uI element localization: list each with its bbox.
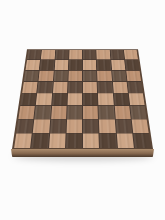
board-square — [39, 70, 54, 81]
board-square — [40, 60, 54, 70]
board-square — [83, 93, 98, 105]
board-square — [129, 93, 145, 105]
board-square — [35, 106, 51, 119]
board-square — [83, 106, 98, 119]
board-square — [55, 50, 69, 60]
board-square — [66, 119, 82, 133]
board-square — [131, 119, 148, 133]
board-square — [24, 70, 39, 81]
board-square — [127, 82, 143, 93]
board-square — [99, 119, 115, 133]
board-square — [83, 70, 97, 81]
board-square — [112, 82, 127, 93]
board-square — [68, 70, 82, 81]
board-square — [83, 133, 99, 148]
board-square — [27, 50, 41, 60]
board-square — [50, 119, 66, 133]
product-photo-scene — [0, 0, 165, 220]
board-square — [67, 106, 82, 119]
board-square — [98, 82, 113, 93]
board-square — [36, 93, 52, 105]
board-square — [37, 82, 52, 93]
board-square — [41, 50, 55, 60]
board-square — [67, 93, 82, 105]
board-square — [66, 133, 82, 148]
board-square — [26, 60, 41, 70]
board-square — [111, 60, 125, 70]
board-square — [114, 106, 130, 119]
board-square — [112, 70, 127, 81]
board-square — [31, 133, 48, 148]
board-square — [49, 133, 66, 148]
board-square — [110, 50, 124, 60]
board-square — [98, 93, 113, 105]
board-square — [18, 106, 35, 119]
board-square — [51, 106, 67, 119]
board-square — [115, 119, 132, 133]
board-square — [125, 60, 140, 70]
board-square — [69, 50, 82, 60]
board-square — [99, 106, 115, 119]
board-square — [83, 50, 96, 60]
board-square — [97, 60, 111, 70]
board-square — [97, 50, 111, 60]
board-square — [20, 93, 36, 105]
board-square — [83, 119, 99, 133]
board-square — [97, 70, 111, 81]
board-square — [83, 60, 97, 70]
board-square — [83, 82, 97, 93]
board-square — [16, 119, 33, 133]
board-square — [133, 133, 151, 148]
board-square — [52, 93, 67, 105]
chessboard — [12, 49, 153, 149]
board-square — [22, 82, 38, 93]
board-square — [33, 119, 50, 133]
board-square — [53, 70, 67, 81]
board-square — [130, 106, 147, 119]
board-face — [12, 49, 153, 149]
board-square — [100, 133, 117, 148]
board-square — [54, 60, 68, 70]
board-square — [68, 82, 82, 93]
board-square — [14, 133, 32, 148]
board-square — [126, 70, 141, 81]
board-square — [53, 82, 68, 93]
board-square — [116, 133, 133, 148]
board-square — [124, 50, 138, 60]
board-square — [113, 93, 129, 105]
board-front-edge — [11, 149, 154, 157]
board-square — [69, 60, 83, 70]
